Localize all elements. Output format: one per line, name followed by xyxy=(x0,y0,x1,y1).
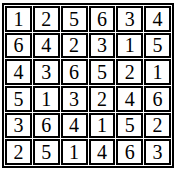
grid-cell-r5c3: 4 xyxy=(61,113,88,139)
grid-cell-r1c4: 6 xyxy=(89,6,116,32)
grid-cell-r2c4: 3 xyxy=(89,33,116,59)
grid-cell-r2c2: 4 xyxy=(33,33,60,59)
grid-cell-r2c1: 6 xyxy=(5,33,32,59)
grid-cell-r1c1: 1 xyxy=(5,6,32,32)
grid-cell-r4c4: 2 xyxy=(89,86,116,112)
grid-cell-r6c4: 4 xyxy=(89,139,116,165)
grid-cell-r4c1: 5 xyxy=(5,86,32,112)
grid-cell-r6c2: 5 xyxy=(33,139,60,165)
grid-cell-r1c5: 3 xyxy=(116,6,143,32)
grid-cell-r4c5: 4 xyxy=(116,86,143,112)
grid-cell-r2c5: 1 xyxy=(116,33,143,59)
grid-cell-r2c6: 5 xyxy=(144,33,171,59)
grid-cell-r5c4: 1 xyxy=(89,113,116,139)
grid-cell-r5c5: 5 xyxy=(116,113,143,139)
grid-cell-r4c2: 1 xyxy=(33,86,60,112)
grid-cell-r3c4: 5 xyxy=(89,59,116,85)
number-grid: 125634642315436521513246364152251463 xyxy=(2,3,174,168)
grid-cell-r1c2: 2 xyxy=(33,6,60,32)
grid-cell-r1c3: 5 xyxy=(61,6,88,32)
grid-cell-r6c5: 6 xyxy=(116,139,143,165)
grid-cell-r6c1: 2 xyxy=(5,139,32,165)
grid-cell-r3c5: 2 xyxy=(116,59,143,85)
grid-cell-r3c6: 1 xyxy=(144,59,171,85)
grid-cell-r5c6: 2 xyxy=(144,113,171,139)
grid-cell-r6c6: 3 xyxy=(144,139,171,165)
grid-cell-r1c6: 4 xyxy=(144,6,171,32)
grid-cell-r3c1: 4 xyxy=(5,59,32,85)
grid-cell-r4c6: 6 xyxy=(144,86,171,112)
grid-cell-r4c3: 3 xyxy=(61,86,88,112)
grid-cell-r3c3: 6 xyxy=(61,59,88,85)
grid-cell-r3c2: 3 xyxy=(33,59,60,85)
grid-cell-r6c3: 1 xyxy=(61,139,88,165)
grid-cell-r5c1: 3 xyxy=(5,113,32,139)
grid-cell-r5c2: 6 xyxy=(33,113,60,139)
grid-cell-r2c3: 2 xyxy=(61,33,88,59)
